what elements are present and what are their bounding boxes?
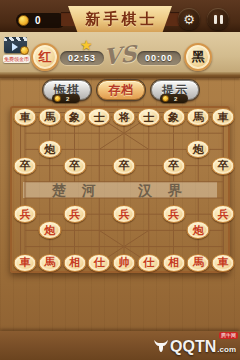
watermark-suffix: .com [217, 345, 236, 354]
piece-black-r3c6[interactable]: 卒 [162, 157, 185, 175]
piece-black-r0c5[interactable]: 士 [137, 108, 160, 126]
watermark-name: QQTN [170, 339, 216, 355]
piece-black-r0c2[interactable]: 象 [63, 108, 86, 126]
river-label-left: 楚河 [52, 181, 112, 199]
piece-red-r9c4[interactable]: 帅 [113, 254, 136, 272]
xiangqi-board[interactable]: 楚河 汉界 車馬象士将士象馬車炮炮卒卒卒卒卒兵兵兵兵兵炮炮車馬相仕帅仕相馬車 [10, 106, 230, 273]
gear-icon: ⚙ [183, 13, 195, 26]
watermark: QQTN .com 腾牛网 [153, 339, 236, 355]
coin-icon [54, 95, 61, 102]
ad-label: 免费领金币 [3, 55, 30, 63]
river-label-right: 汉界 [138, 181, 198, 199]
piece-black-r0c0[interactable]: 車 [14, 108, 37, 126]
piece-red-r9c2[interactable]: 相 [63, 254, 86, 272]
piece-red-r9c6[interactable]: 相 [162, 254, 185, 272]
piece-black-r0c4[interactable]: 将 [113, 108, 136, 126]
play-icon [12, 43, 18, 51]
piece-black-r3c8[interactable]: 卒 [212, 157, 235, 175]
star-icon: ★ [80, 37, 93, 53]
watermark-badge: 腾牛网 [219, 332, 238, 339]
title-plaque: 新手棋士 [68, 6, 172, 32]
piece-black-r3c2[interactable]: 卒 [63, 157, 86, 175]
piece-red-r6c2[interactable]: 兵 [63, 205, 86, 223]
coin-icon [20, 46, 29, 55]
piece-red-r6c8[interactable]: 兵 [212, 205, 235, 223]
piece-red-r9c5[interactable]: 仕 [137, 254, 160, 272]
coin-icon [162, 95, 169, 102]
piece-red-r9c1[interactable]: 馬 [38, 254, 61, 272]
piece-red-r9c3[interactable]: 仕 [88, 254, 111, 272]
piece-red-r9c7[interactable]: 馬 [187, 254, 210, 272]
black-player-label: 黑 [192, 48, 205, 66]
settings-button[interactable]: ⚙ [178, 8, 200, 30]
red-timer: 02:53 [60, 51, 104, 65]
piece-red-r9c8[interactable]: 車 [212, 254, 235, 272]
black-player-piece: 黑 [184, 43, 212, 71]
pause-button[interactable] [207, 8, 229, 30]
piece-black-r0c6[interactable]: 象 [162, 108, 185, 126]
piece-black-r0c3[interactable]: 士 [88, 108, 111, 126]
piece-red-r7c1[interactable]: 炮 [38, 221, 61, 239]
piece-red-r9c0[interactable]: 車 [14, 254, 37, 272]
piece-black-r0c7[interactable]: 馬 [187, 108, 210, 126]
shelf-edge [0, 72, 240, 78]
piece-black-r2c1[interactable]: 炮 [38, 140, 61, 158]
page-title: 新手棋士 [83, 10, 158, 29]
header-bar: 0 新手棋士 ⚙ [0, 0, 240, 32]
red-player-label: 红 [39, 48, 52, 66]
coin-count: 0 [35, 15, 41, 26]
save-button[interactable]: 存档 [97, 80, 145, 100]
hint-cost-badge: 2 [160, 94, 188, 103]
coin-icon [18, 15, 29, 26]
red-player-piece: 红 [31, 43, 59, 71]
black-timer: 00:00 [137, 51, 181, 65]
xiangqi-app: 0 新手棋士 ⚙ 免费领金币 红 02:53 ★ VS 00:00 黑 [0, 0, 240, 360]
vs-label: VS [103, 40, 138, 70]
piece-black-r0c1[interactable]: 馬 [38, 108, 61, 126]
video-ad-icon [4, 37, 27, 53]
piece-red-r7c7[interactable]: 炮 [187, 221, 210, 239]
piece-black-r0c8[interactable]: 車 [212, 108, 235, 126]
piece-red-r6c6[interactable]: 兵 [162, 205, 185, 223]
free-coins-ad[interactable]: 免费领金币 [3, 37, 30, 65]
undo-cost-badge: 2 [52, 94, 80, 103]
piece-red-r6c0[interactable]: 兵 [14, 205, 37, 223]
piece-black-r3c4[interactable]: 卒 [113, 157, 136, 175]
coin-counter[interactable]: 0 [16, 13, 66, 28]
piece-black-r3c0[interactable]: 卒 [14, 157, 37, 175]
piece-black-r2c7[interactable]: 炮 [187, 140, 210, 158]
piece-red-r6c4[interactable]: 兵 [113, 205, 136, 223]
bull-logo-icon [153, 339, 169, 353]
pause-icon [214, 15, 223, 24]
